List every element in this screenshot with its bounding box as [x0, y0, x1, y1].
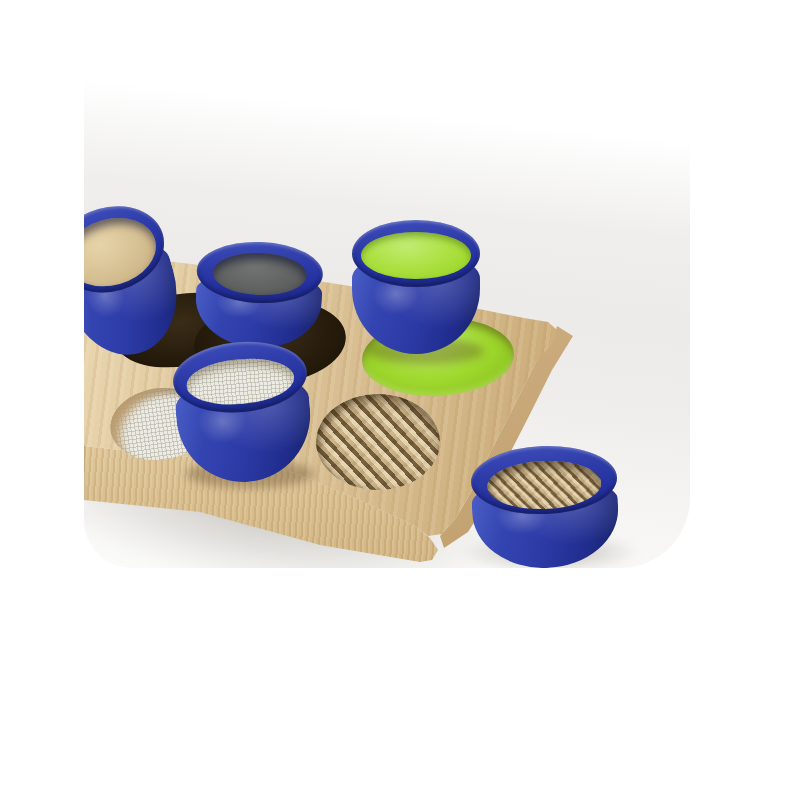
cup-gray-sandpaper	[194, 240, 324, 350]
cup-green-felt	[352, 220, 480, 354]
product-photo-page	[0, 0, 800, 800]
cup-sandpaper	[84, 194, 193, 369]
cup-burlap	[470, 443, 620, 568]
photo-backdrop	[84, 20, 690, 568]
cup-white-mesh	[170, 336, 316, 487]
cup-texture-pad-green-felt	[361, 232, 471, 279]
hole-burlap	[316, 394, 440, 490]
